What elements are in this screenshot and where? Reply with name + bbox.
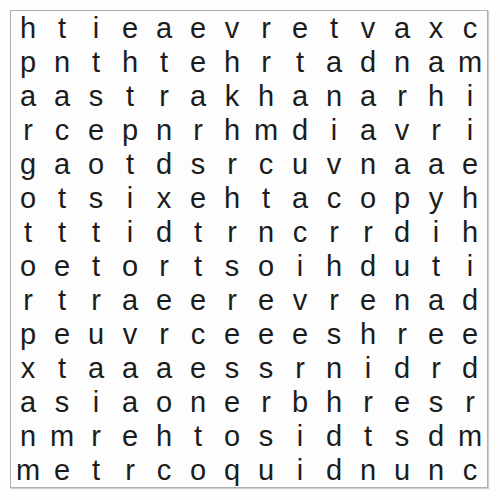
grid-cell[interactable]: c (453, 11, 487, 45)
grid-cell[interactable]: o (11, 181, 45, 215)
grid-cell[interactable]: r (147, 249, 181, 283)
grid-cell[interactable]: r (317, 215, 351, 249)
grid-cell[interactable]: d (453, 351, 487, 385)
grid-cell[interactable]: e (45, 453, 79, 487)
grid-cell[interactable]: p (11, 45, 45, 79)
grid-cell[interactable]: s (79, 79, 113, 113)
grid-cell[interactable]: r (419, 113, 453, 147)
grid-cell[interactable]: o (147, 385, 181, 419)
grid-cell[interactable]: e (181, 11, 215, 45)
grid-cell[interactable]: r (249, 11, 283, 45)
grid-cell[interactable]: e (215, 317, 249, 351)
grid-cell[interactable]: d (283, 113, 317, 147)
grid-cell[interactable]: n (147, 113, 181, 147)
grid-cell[interactable]: a (113, 283, 147, 317)
grid-cell[interactable]: b (283, 385, 317, 419)
grid-cell[interactable]: h (249, 79, 283, 113)
grid-cell[interactable]: r (249, 45, 283, 79)
grid-cell[interactable]: n (317, 351, 351, 385)
grid-cell[interactable]: k (215, 79, 249, 113)
grid-cell[interactable]: d (419, 419, 453, 453)
grid-cell[interactable]: c (283, 215, 317, 249)
grid-cell[interactable]: t (79, 215, 113, 249)
grid-cell[interactable]: m (11, 453, 45, 487)
grid-cell[interactable]: r (419, 351, 453, 385)
grid-cell[interactable]: t (11, 215, 45, 249)
grid-cell[interactable]: i (317, 113, 351, 147)
grid-cell[interactable]: q (215, 453, 249, 487)
grid-cell[interactable]: s (45, 385, 79, 419)
grid-cell[interactable]: a (147, 351, 181, 385)
grid-cell[interactable]: m (453, 45, 487, 79)
grid-cell[interactable]: h (453, 181, 487, 215)
grid-cell[interactable]: c (317, 181, 351, 215)
grid-cell[interactable]: h (11, 11, 45, 45)
grid-cell[interactable]: s (181, 147, 215, 181)
grid-cell[interactable]: i (453, 249, 487, 283)
grid-cell[interactable]: e (453, 317, 487, 351)
grid-cell[interactable]: r (215, 147, 249, 181)
grid-cell[interactable]: r (79, 419, 113, 453)
grid-cell[interactable]: a (419, 45, 453, 79)
grid-cell[interactable]: r (11, 283, 45, 317)
grid-cell[interactable]: e (283, 317, 317, 351)
grid-cell[interactable]: a (317, 45, 351, 79)
grid-cell[interactable]: p (11, 317, 45, 351)
grid-cell[interactable]: o (351, 181, 385, 215)
grid-cell[interactable]: o (113, 249, 147, 283)
grid-cell[interactable]: o (11, 249, 45, 283)
grid-cell[interactable]: a (283, 181, 317, 215)
grid-cell[interactable]: r (11, 113, 45, 147)
grid-cell[interactable]: d (317, 419, 351, 453)
grid-cell[interactable]: d (385, 215, 419, 249)
grid-cell[interactable]: r (351, 215, 385, 249)
grid-cell[interactable]: h (147, 419, 181, 453)
grid-cell[interactable]: i (419, 215, 453, 249)
grid-cell[interactable]: p (385, 181, 419, 215)
grid-cell[interactable]: p (113, 113, 147, 147)
grid-cell[interactable]: s (317, 317, 351, 351)
grid-cell[interactable]: n (45, 45, 79, 79)
grid-cell[interactable]: s (419, 385, 453, 419)
grid-cell[interactable]: a (283, 79, 317, 113)
grid-cell[interactable]: t (79, 45, 113, 79)
grid-cell[interactable]: x (11, 351, 45, 385)
grid-cell[interactable]: o (181, 453, 215, 487)
grid-cell[interactable]: s (215, 249, 249, 283)
grid-cell[interactable]: o (79, 147, 113, 181)
grid-cell[interactable]: a (11, 79, 45, 113)
grid-cell[interactable]: r (147, 79, 181, 113)
grid-cell[interactable]: a (113, 385, 147, 419)
grid-cell[interactable]: h (215, 113, 249, 147)
grid-cell[interactable]: h (113, 45, 147, 79)
grid-cell[interactable]: s (79, 181, 113, 215)
grid-cell[interactable]: r (215, 215, 249, 249)
grid-cell[interactable]: t (181, 249, 215, 283)
grid-cell[interactable]: a (45, 79, 79, 113)
grid-cell[interactable]: n (385, 45, 419, 79)
grid-cell[interactable]: n (317, 79, 351, 113)
grid-cell[interactable]: v (351, 11, 385, 45)
grid-cell[interactable]: c (249, 147, 283, 181)
grid-cell[interactable]: h (351, 317, 385, 351)
grid-cell[interactable]: t (249, 181, 283, 215)
grid-cell[interactable]: e (181, 351, 215, 385)
grid-cell[interactable]: v (317, 147, 351, 181)
grid-cell[interactable]: n (351, 453, 385, 487)
grid-cell[interactable]: d (351, 249, 385, 283)
grid-cell[interactable]: i (453, 79, 487, 113)
grid-cell[interactable]: a (385, 147, 419, 181)
grid-cell[interactable]: a (351, 113, 385, 147)
grid-cell[interactable]: i (351, 351, 385, 385)
grid-cell[interactable]: t (45, 11, 79, 45)
grid-cell[interactable]: e (249, 317, 283, 351)
grid-cell[interactable]: o (215, 419, 249, 453)
grid-cell[interactable]: x (147, 181, 181, 215)
grid-cell[interactable]: s (249, 419, 283, 453)
grid-cell[interactable]: v (283, 283, 317, 317)
grid-cell[interactable]: a (79, 351, 113, 385)
grid-cell[interactable]: r (317, 283, 351, 317)
grid-cell[interactable]: a (419, 147, 453, 181)
grid-cell[interactable]: e (79, 113, 113, 147)
grid-cell[interactable]: r (351, 385, 385, 419)
grid-cell[interactable]: d (317, 453, 351, 487)
grid-cell[interactable]: e (351, 283, 385, 317)
grid-cell[interactable]: a (113, 351, 147, 385)
grid-cell[interactable]: t (419, 249, 453, 283)
grid-cell[interactable]: a (181, 79, 215, 113)
grid-cell[interactable]: h (215, 45, 249, 79)
grid-cell[interactable]: h (317, 249, 351, 283)
grid-cell[interactable]: n (181, 385, 215, 419)
grid-cell[interactable]: c (181, 317, 215, 351)
grid-cell[interactable]: n (351, 147, 385, 181)
grid-cell[interactable]: t (45, 215, 79, 249)
grid-cell[interactable]: e (215, 385, 249, 419)
grid-cell[interactable]: y (419, 181, 453, 215)
grid-cell[interactable]: c (147, 453, 181, 487)
grid-cell[interactable]: e (283, 11, 317, 45)
grid-cell[interactable]: r (215, 283, 249, 317)
grid-cell[interactable]: h (453, 215, 487, 249)
grid-cell[interactable]: e (45, 317, 79, 351)
grid-cell[interactable]: e (249, 283, 283, 317)
grid-cell[interactable]: a (385, 11, 419, 45)
grid-cell[interactable]: t (79, 249, 113, 283)
grid-cell[interactable]: t (113, 79, 147, 113)
grid-cell[interactable]: r (79, 283, 113, 317)
grid-cell[interactable]: e (181, 45, 215, 79)
grid-cell[interactable]: t (283, 45, 317, 79)
grid-cell[interactable]: a (147, 11, 181, 45)
grid-cell[interactable]: n (419, 453, 453, 487)
grid-cell[interactable]: e (419, 317, 453, 351)
grid-cell[interactable]: t (351, 419, 385, 453)
grid-cell[interactable]: m (453, 419, 487, 453)
grid-cell[interactable]: r (385, 79, 419, 113)
grid-cell[interactable]: t (45, 181, 79, 215)
grid-cell[interactable]: r (385, 317, 419, 351)
grid-cell[interactable]: e (45, 249, 79, 283)
grid-cell[interactable]: e (453, 147, 487, 181)
grid-cell[interactable]: a (419, 283, 453, 317)
word-search-board: htieaevretvaxcpnthtehrtadnamaastrakhanar… (10, 10, 488, 488)
grid-cell[interactable]: r (113, 453, 147, 487)
grid-cell[interactable]: x (419, 11, 453, 45)
word-search-page: htieaevretvaxcpnthtehrtadnamaastrakhanar… (0, 0, 500, 500)
grid-cell[interactable]: r (181, 113, 215, 147)
grid-cell[interactable]: u (283, 147, 317, 181)
grid-cell[interactable]: a (351, 79, 385, 113)
grid-cell[interactable]: i (113, 215, 147, 249)
grid-cell[interactable]: s (249, 351, 283, 385)
grid-cell[interactable]: t (45, 351, 79, 385)
grid-cell[interactable]: a (45, 147, 79, 181)
grid-cell[interactable]: e (385, 385, 419, 419)
grid-cell[interactable]: t (113, 147, 147, 181)
grid-cell[interactable]: i (79, 11, 113, 45)
grid-cell[interactable]: t (45, 283, 79, 317)
grid-cell[interactable]: u (249, 453, 283, 487)
grid-cell[interactable]: t (79, 453, 113, 487)
grid-cell[interactable]: t (181, 215, 215, 249)
grid-cell[interactable]: r (249, 385, 283, 419)
grid-cell[interactable]: u (385, 249, 419, 283)
grid-cell[interactable]: m (45, 419, 79, 453)
grid-cell[interactable]: r (147, 317, 181, 351)
grid-cell[interactable]: v (215, 11, 249, 45)
grid-cell[interactable]: r (283, 351, 317, 385)
grid-cell[interactable]: i (283, 419, 317, 453)
grid-cell[interactable]: h (215, 181, 249, 215)
grid-cell[interactable]: v (385, 113, 419, 147)
grid-cell[interactable]: d (351, 45, 385, 79)
grid-cell[interactable]: n (11, 419, 45, 453)
grid-cell[interactable]: i (283, 249, 317, 283)
grid-cell[interactable]: n (385, 283, 419, 317)
grid-cell[interactable]: e (181, 283, 215, 317)
grid-cell[interactable]: h (317, 385, 351, 419)
grid-cell[interactable]: d (453, 283, 487, 317)
grid-cell[interactable]: m (249, 113, 283, 147)
grid-cell[interactable]: s (215, 351, 249, 385)
grid-cell[interactable]: n (249, 215, 283, 249)
grid-cell[interactable]: c (453, 453, 487, 487)
grid-cell[interactable]: h (419, 79, 453, 113)
grid-cell[interactable]: e (113, 11, 147, 45)
grid-cell[interactable]: i (79, 385, 113, 419)
grid-cell[interactable]: e (181, 181, 215, 215)
grid-cell[interactable]: e (113, 419, 147, 453)
grid-cell[interactable]: s (385, 419, 419, 453)
grid-cell[interactable]: t (181, 419, 215, 453)
grid-cell[interactable]: i (283, 453, 317, 487)
grid-cell[interactable]: i (453, 113, 487, 147)
grid-cell[interactable]: o (249, 249, 283, 283)
grid-cell[interactable]: e (147, 283, 181, 317)
grid-cell[interactable]: g (11, 147, 45, 181)
grid-cell[interactable]: r (453, 385, 487, 419)
grid-cell[interactable]: i (113, 181, 147, 215)
grid-cell[interactable]: d (147, 147, 181, 181)
grid-cell[interactable]: t (147, 45, 181, 79)
grid-cell[interactable]: c (45, 113, 79, 147)
grid-cell[interactable]: u (79, 317, 113, 351)
grid-cell[interactable]: v (113, 317, 147, 351)
grid-cell[interactable]: t (317, 11, 351, 45)
grid-cell[interactable]: a (11, 385, 45, 419)
grid-cell[interactable]: d (385, 351, 419, 385)
grid-cell[interactable]: d (147, 215, 181, 249)
grid-cell[interactable]: u (385, 453, 419, 487)
